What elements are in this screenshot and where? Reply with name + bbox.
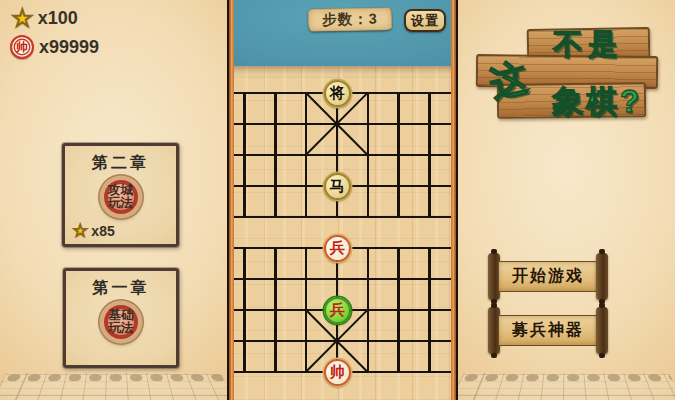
start-game-button[interactable]: 开始游戏: [488, 253, 608, 300]
star-count: x100: [38, 8, 78, 29]
faded-board-decoration: [458, 373, 675, 400]
game-screen: ★ x100 帅 x99999 第二章 攻城 玩法 ★ x85 第一章 基础 玩…: [0, 0, 675, 400]
board-marker: [238, 303, 252, 317]
board-marker: [330, 272, 344, 286]
board-marker: [392, 179, 406, 193]
logo-text-line3: 象棋?: [532, 84, 662, 119]
board-marker: [422, 303, 436, 317]
board-marker: [268, 272, 282, 286]
start-game-label: 开始游戏: [498, 261, 598, 292]
piece-red-general: 帅: [324, 359, 351, 386]
board-panel: 将马兵兵帅 步数：3 设置: [227, 0, 458, 400]
chapter-2-title: 第二章: [92, 153, 149, 174]
board-vline: [274, 247, 276, 373]
currency-general-coins: 帅 x99999: [10, 35, 99, 59]
piece-black-general: 将: [324, 80, 351, 107]
chapter-2-play-button[interactable]: 攻城 玩法: [104, 180, 138, 214]
steps-counter: 步数：3: [308, 7, 392, 31]
piece-red-soldier-selected: 兵: [324, 297, 351, 324]
star-icon: ★: [12, 7, 33, 30]
board-frame-right: [451, 0, 458, 400]
shuai-coin-icon: 帅: [10, 35, 34, 59]
xiangqi-board[interactable]: 将马兵兵帅: [227, 0, 458, 400]
chapter-1-play-button[interactable]: 基础 玩法: [104, 305, 138, 339]
board-hline: [227, 123, 458, 125]
chapter-2-star-count: x85: [91, 223, 114, 239]
coin-count: x99999: [39, 37, 99, 58]
board-vline: [274, 92, 276, 218]
board-marker: [392, 272, 406, 286]
chapter-card-1[interactable]: 第一章 基础 玩法: [63, 268, 179, 368]
chapter-2-button-label-line1: 攻城: [108, 184, 133, 198]
chapter-1-button-label-line1: 基础: [109, 309, 134, 323]
board-hline: [227, 216, 458, 218]
game-logo: 不是 这 象棋?: [472, 22, 662, 122]
chapter-card-2[interactable]: 第二章 攻城 玩法 ★ x85: [62, 143, 179, 247]
chapter-1-button-label-line2: 玩法: [109, 322, 134, 336]
board-frame-left: [227, 0, 234, 400]
chapter-2-button-label-line2: 玩法: [108, 197, 133, 211]
board-marker: [422, 148, 436, 162]
piece-black-horse: 马: [324, 173, 351, 200]
board-vline: [397, 92, 399, 218]
chapter-1-title: 第一章: [93, 278, 150, 299]
recruit-soldiers-button[interactable]: 募兵神器: [488, 307, 608, 354]
recruit-soldiers-label: 募兵神器: [498, 315, 598, 346]
board-marker: [238, 148, 252, 162]
board-marker: [268, 179, 282, 193]
faded-board-decoration: [0, 373, 227, 400]
chapter-2-star-progress: ★ x85: [73, 223, 115, 239]
star-icon: ★: [73, 223, 87, 239]
settings-button[interactable]: 设置: [404, 9, 446, 32]
piece-red-soldier: 兵: [324, 235, 351, 262]
steps-counter-text: 步数：3: [322, 10, 378, 30]
scroll-roller-icon: [596, 307, 608, 354]
board-vline: [397, 247, 399, 373]
left-panel: ★ x100 帅 x99999 第二章 攻城 玩法 ★ x85 第一章 基础 玩…: [0, 0, 227, 400]
currency-stars: ★ x100: [12, 7, 78, 30]
menu-panel: 不是 这 象棋? 开始游戏 募兵神器: [458, 0, 675, 400]
board-hline: [227, 340, 458, 342]
logo-text-line1: 不是: [527, 28, 650, 61]
scroll-roller-icon: [596, 253, 608, 300]
